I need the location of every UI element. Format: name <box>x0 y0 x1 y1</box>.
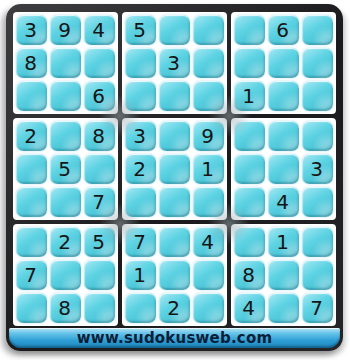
given-digit: 5 <box>92 232 105 252</box>
cell-r3c7[interactable]: 1 <box>234 81 265 111</box>
cell-r4c5[interactable] <box>159 121 190 151</box>
cell-r4c8[interactable] <box>268 121 299 151</box>
given-digit: 7 <box>24 265 37 285</box>
cell-r5c5[interactable] <box>159 154 190 184</box>
given-digit: 5 <box>133 20 146 40</box>
cell-r3c5[interactable] <box>159 81 190 111</box>
given-digit: 3 <box>133 126 146 146</box>
given-digit: 8 <box>242 265 255 285</box>
cell-r9c5[interactable]: 2 <box>159 293 190 323</box>
cell-r8c5[interactable] <box>159 260 190 290</box>
box-1-2: 53 <box>122 12 227 114</box>
cell-r3c4[interactable] <box>125 81 156 111</box>
given-digit: 4 <box>201 232 214 252</box>
cell-r5c4[interactable]: 2 <box>125 154 156 184</box>
cell-r8c4[interactable]: 1 <box>125 260 156 290</box>
cell-r4c6[interactable]: 9 <box>193 121 224 151</box>
given-digit: 5 <box>58 159 71 179</box>
cell-r9c3[interactable] <box>84 293 115 323</box>
cell-r2c4[interactable] <box>125 48 156 78</box>
cell-r8c3[interactable] <box>84 260 115 290</box>
cell-r1c3[interactable]: 4 <box>84 15 115 45</box>
given-digit: 1 <box>276 232 289 252</box>
given-digit: 2 <box>24 126 37 146</box>
cell-r6c6[interactable] <box>193 187 224 217</box>
cell-r7c8[interactable]: 1 <box>268 227 299 257</box>
box-2-2: 3921 <box>122 118 227 220</box>
cell-r2c6[interactable] <box>193 48 224 78</box>
cell-r6c9[interactable] <box>302 187 333 217</box>
cell-r1c1[interactable]: 3 <box>16 15 47 45</box>
given-digit: 1 <box>242 86 255 106</box>
cell-r9c1[interactable] <box>16 293 47 323</box>
cell-r5c1[interactable] <box>16 154 47 184</box>
cell-r3c3[interactable]: 6 <box>84 81 115 111</box>
given-digit: 3 <box>167 53 180 73</box>
cell-r7c2[interactable]: 2 <box>50 227 81 257</box>
sudoku-board: 3948653612857392134257874121847 www.sudo… <box>6 4 343 351</box>
cell-r1c2[interactable]: 9 <box>50 15 81 45</box>
cell-r6c5[interactable] <box>159 187 190 217</box>
cell-r4c4[interactable]: 3 <box>125 121 156 151</box>
cell-r6c1[interactable] <box>16 187 47 217</box>
site-footer: www.sudokusweb.com <box>9 328 340 348</box>
cell-r9c2[interactable]: 8 <box>50 293 81 323</box>
cell-r8c1[interactable]: 7 <box>16 260 47 290</box>
cell-r8c9[interactable] <box>302 260 333 290</box>
cell-r7c1[interactable] <box>16 227 47 257</box>
cell-r5c6[interactable]: 1 <box>193 154 224 184</box>
cell-r6c7[interactable] <box>234 187 265 217</box>
box-2-1: 2857 <box>13 118 118 220</box>
given-digit: 3 <box>24 20 37 40</box>
cell-r3c8[interactable] <box>268 81 299 111</box>
cell-r3c6[interactable] <box>193 81 224 111</box>
box-3-3: 1847 <box>231 224 336 326</box>
cell-r7c5[interactable] <box>159 227 190 257</box>
given-digit: 6 <box>276 20 289 40</box>
cell-r9c7[interactable]: 4 <box>234 293 265 323</box>
cell-r5c3[interactable] <box>84 154 115 184</box>
cell-r2c1[interactable]: 8 <box>16 48 47 78</box>
cell-r7c6[interactable]: 4 <box>193 227 224 257</box>
cell-r4c7[interactable] <box>234 121 265 151</box>
cell-r3c1[interactable] <box>16 81 47 111</box>
cell-r1c4[interactable]: 5 <box>125 15 156 45</box>
cell-r2c3[interactable] <box>84 48 115 78</box>
cell-r8c2[interactable] <box>50 260 81 290</box>
cell-r5c7[interactable] <box>234 154 265 184</box>
box-1-3: 61 <box>231 12 336 114</box>
cell-r7c9[interactable] <box>302 227 333 257</box>
cell-r6c8[interactable]: 4 <box>268 187 299 217</box>
cell-r3c9[interactable] <box>302 81 333 111</box>
cell-r6c2[interactable] <box>50 187 81 217</box>
given-digit: 8 <box>92 126 105 146</box>
cell-r4c1[interactable]: 2 <box>16 121 47 151</box>
cell-r9c8[interactable] <box>268 293 299 323</box>
given-digit: 9 <box>201 126 214 146</box>
cell-r2c2[interactable] <box>50 48 81 78</box>
page: 3948653612857392134257874121847 www.sudo… <box>0 0 350 360</box>
cell-r5c8[interactable] <box>268 154 299 184</box>
given-digit: 1 <box>201 159 214 179</box>
sudoku-grid: 3948653612857392134257874121847 <box>13 12 336 326</box>
box-1-1: 39486 <box>13 12 118 114</box>
box-2-3: 34 <box>231 118 336 220</box>
cell-r8c8[interactable] <box>268 260 299 290</box>
given-digit: 4 <box>242 298 255 318</box>
cell-r4c3[interactable]: 8 <box>84 121 115 151</box>
cell-r7c4[interactable]: 7 <box>125 227 156 257</box>
cell-r1c8[interactable]: 6 <box>268 15 299 45</box>
cell-r4c2[interactable] <box>50 121 81 151</box>
cell-r8c7[interactable]: 8 <box>234 260 265 290</box>
cell-r2c9[interactable] <box>302 48 333 78</box>
given-digit: 8 <box>24 53 37 73</box>
cell-r1c6[interactable] <box>193 15 224 45</box>
given-digit: 9 <box>58 20 71 40</box>
given-digit: 4 <box>92 20 105 40</box>
given-digit: 8 <box>58 298 71 318</box>
cell-r6c4[interactable] <box>125 187 156 217</box>
cell-r6c3[interactable]: 7 <box>84 187 115 217</box>
cell-r1c5[interactable] <box>159 15 190 45</box>
cell-r3c2[interactable] <box>50 81 81 111</box>
cell-r1c9[interactable] <box>302 15 333 45</box>
given-digit: 2 <box>133 159 146 179</box>
given-digit: 2 <box>167 298 180 318</box>
cell-r9c9[interactable]: 7 <box>302 293 333 323</box>
cell-r2c8[interactable] <box>268 48 299 78</box>
cell-r7c3[interactable]: 5 <box>84 227 115 257</box>
given-digit: 7 <box>310 298 323 318</box>
given-digit: 2 <box>58 232 71 252</box>
cell-r4c9[interactable] <box>302 121 333 151</box>
given-digit: 3 <box>310 159 323 179</box>
given-digit: 1 <box>133 265 146 285</box>
cell-r5c2[interactable]: 5 <box>50 154 81 184</box>
cell-r9c4[interactable] <box>125 293 156 323</box>
box-3-1: 2578 <box>13 224 118 326</box>
cell-r7c7[interactable] <box>234 227 265 257</box>
cell-r1c7[interactable] <box>234 15 265 45</box>
given-digit: 6 <box>92 86 105 106</box>
cell-r2c7[interactable] <box>234 48 265 78</box>
given-digit: 7 <box>133 232 146 252</box>
cell-r2c5[interactable]: 3 <box>159 48 190 78</box>
box-3-2: 7412 <box>122 224 227 326</box>
site-url-link[interactable]: www.sudokusweb.com <box>77 329 272 347</box>
given-digit: 7 <box>92 192 105 212</box>
cell-r9c6[interactable] <box>193 293 224 323</box>
given-digit: 4 <box>276 192 289 212</box>
cell-r5c9[interactable]: 3 <box>302 154 333 184</box>
cell-r8c6[interactable] <box>193 260 224 290</box>
